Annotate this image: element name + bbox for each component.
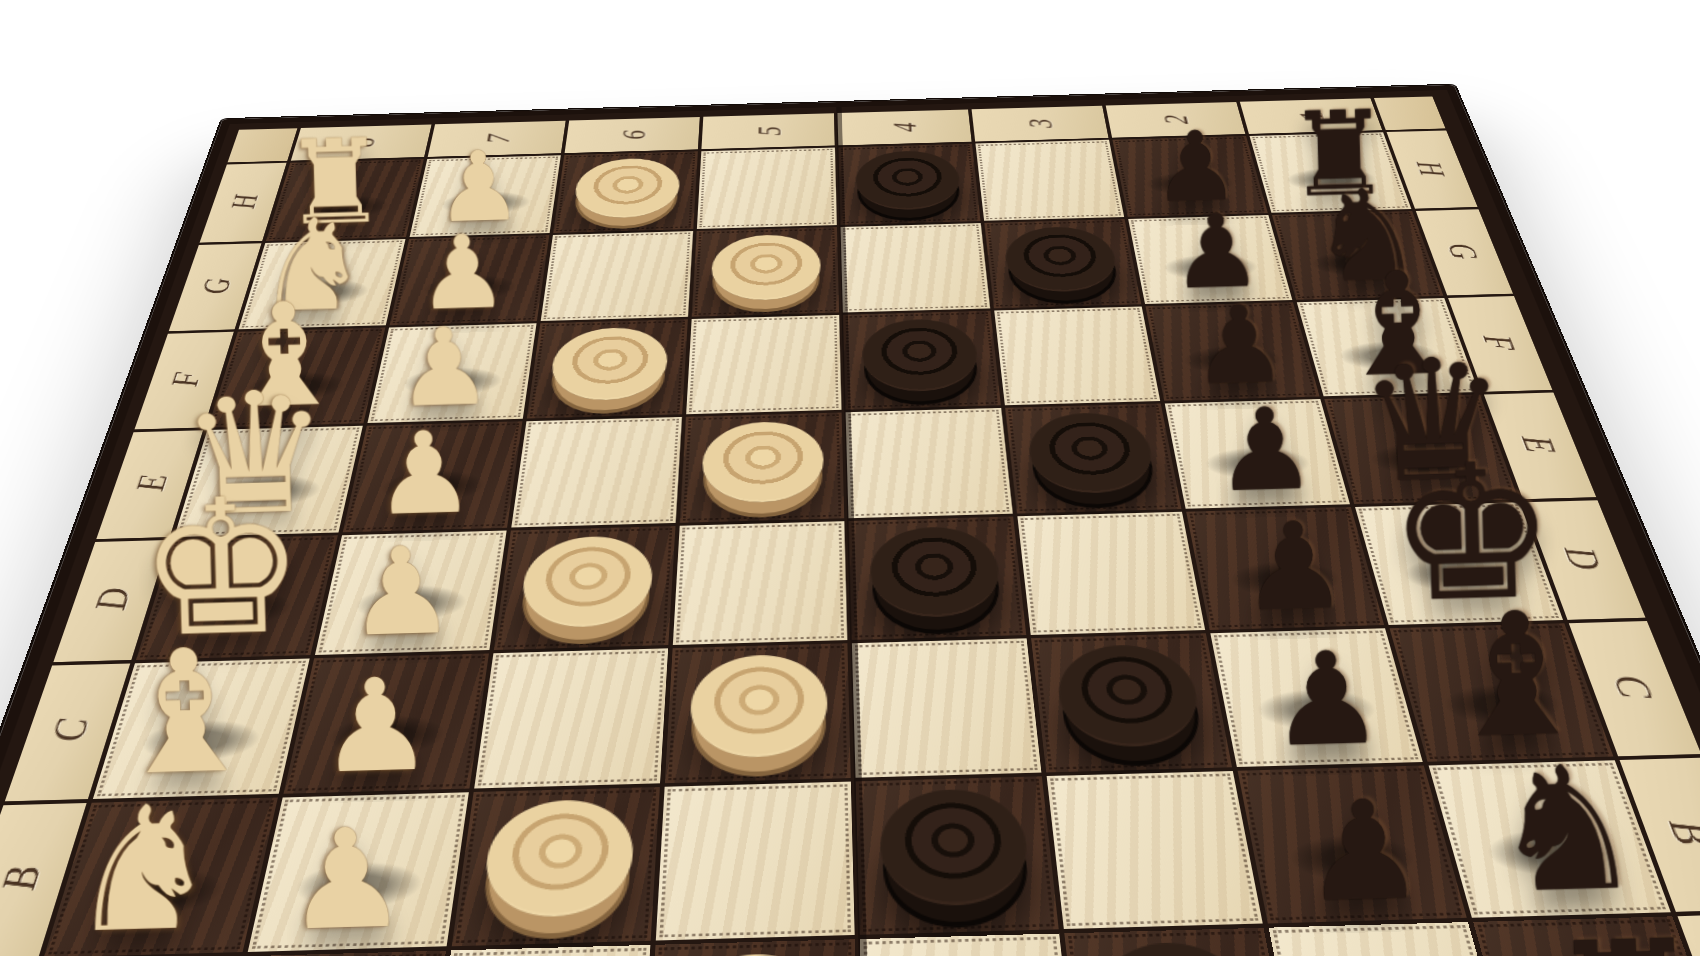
black-rook[interactable]: ♜	[1544, 923, 1700, 956]
dark-checker[interactable]	[1002, 226, 1121, 293]
square-d5[interactable]	[673, 521, 847, 645]
square-c3[interactable]	[1031, 633, 1232, 772]
light-checker[interactable]	[673, 952, 833, 956]
label-left-row-H-text: H	[222, 194, 267, 210]
board-perspective-wrapper: 87654321H♜♟♟♜HG♞♟♟♞GF♝♟♟♝FE♛♟♟♛ED♚♟♟♚DC♝…	[47, 0, 1652, 956]
label-top-rank-6-text: 6	[613, 130, 653, 140]
light-checker[interactable]	[518, 535, 655, 629]
dark-checker[interactable]	[1090, 941, 1267, 956]
white-pawn[interactable]: ♟	[395, 318, 494, 419]
black-pawn[interactable]: ♟	[1239, 511, 1350, 624]
label-top-rank-7-text: 7	[477, 133, 517, 143]
label-right-row-G-text: G	[1439, 243, 1487, 260]
black-pawn[interactable]: ♟	[1213, 397, 1317, 504]
square-c7[interactable]: ♟	[284, 653, 489, 793]
label-right-row-C-text: C	[1602, 674, 1664, 698]
label-left-row-G-text: G	[192, 278, 239, 295]
square-h3[interactable]	[975, 140, 1124, 221]
dark-checker[interactable]	[855, 150, 963, 211]
square-d7[interactable]: ♟	[315, 531, 507, 655]
square-f6[interactable]	[527, 319, 688, 418]
square-e5[interactable]	[680, 412, 844, 522]
square-d4[interactable]	[849, 516, 1027, 640]
square-e4[interactable]	[846, 408, 1013, 518]
white-pawn[interactable]: ♟	[283, 816, 409, 945]
black-pawn[interactable]: ♟	[1190, 296, 1289, 397]
square-c6[interactable]	[474, 648, 668, 788]
square-e3[interactable]	[1005, 403, 1181, 513]
label-top-rank-5-text: 5	[749, 126, 788, 136]
square-e7[interactable]: ♟	[343, 421, 523, 532]
white-knight[interactable]: ♞	[64, 790, 222, 952]
label-right-row-H-text: H	[1408, 161, 1454, 176]
light-checker[interactable]	[548, 326, 670, 401]
label-top-rank-1-text: 1	[1290, 111, 1332, 121]
square-f3[interactable]	[994, 306, 1160, 405]
white-pawn[interactable]: ♟	[346, 536, 457, 649]
label-top-rank-4-text: 4	[884, 122, 923, 132]
white-pawn[interactable]: ♟	[317, 667, 435, 788]
label-top-rank-6: 6	[565, 117, 700, 153]
square-a1[interactable]: ♜	[1473, 916, 1700, 956]
light-checker[interactable]	[701, 420, 825, 503]
label-left-row-D-text: D	[84, 588, 141, 612]
square-d3[interactable]	[1017, 512, 1205, 635]
dark-checker[interactable]	[861, 318, 980, 393]
dark-checker[interactable]	[869, 525, 1003, 618]
square-b8[interactable]: ♞	[44, 798, 278, 956]
white-pawn[interactable]: ♟	[372, 421, 476, 528]
square-b5[interactable]	[656, 782, 855, 941]
light-checker[interactable]	[572, 157, 681, 219]
square-d6[interactable]	[494, 526, 676, 650]
black-pawn[interactable]: ♟	[1268, 640, 1386, 761]
square-d2[interactable]: ♟	[1186, 507, 1384, 630]
dark-checker[interactable]	[1053, 643, 1205, 748]
light-checker[interactable]	[710, 234, 821, 302]
square-b7[interactable]: ♟	[248, 792, 469, 952]
label-left-row-F-text: F	[161, 371, 210, 387]
chess-checkers-board: 87654321H♜♟♟♜HG♞♟♟♞GF♝♟♟♝FE♛♟♟♛ED♚♟♟♚DC♝…	[0, 85, 1700, 956]
square-g6[interactable]	[541, 231, 693, 321]
square-g3[interactable]	[984, 219, 1141, 308]
square-b1[interactable]: ♞	[1429, 760, 1671, 917]
square-h5[interactable]	[697, 147, 837, 228]
dark-checker[interactable]	[1025, 412, 1158, 495]
square-b4[interactable]	[856, 776, 1059, 935]
dark-checker[interactable]	[879, 788, 1032, 908]
square-g5[interactable]	[692, 227, 839, 317]
square-f4[interactable]	[843, 311, 1001, 410]
square-e6[interactable]	[511, 417, 682, 528]
square-b2[interactable]: ♟	[1238, 766, 1467, 924]
product-photo-stage: 87654321H♜♟♟♜HG♞♟♟♞GF♝♟♟♝FE♛♟♟♛ED♚♟♟♚DC♝…	[0, 0, 1700, 956]
square-g4[interactable]	[841, 223, 991, 312]
square-h6[interactable]	[553, 151, 698, 233]
black-pawn[interactable]: ♟	[1301, 787, 1427, 916]
square-c4[interactable]	[852, 638, 1042, 777]
label-right-row-D-text: D	[1554, 547, 1612, 570]
square-c5[interactable]	[665, 643, 851, 783]
square-a5[interactable]	[645, 939, 859, 956]
square-a6[interactable]	[426, 945, 650, 956]
square-f5[interactable]	[686, 315, 841, 414]
square-a3[interactable]	[1064, 928, 1298, 956]
label-left-row-C-text: C	[39, 718, 100, 743]
square-c2[interactable]: ♟	[1210, 628, 1422, 767]
label-top-rank-3-text: 3	[1019, 118, 1059, 128]
square-b3[interactable]	[1047, 771, 1263, 929]
square-a4[interactable]	[860, 933, 1079, 956]
label-top-rank-2-text: 2	[1154, 115, 1195, 125]
light-checker[interactable]	[479, 798, 636, 918]
square-e2[interactable]: ♟	[1165, 399, 1350, 509]
label-right-row-B-text: B	[1657, 820, 1700, 846]
label-top-rank-3: 3	[972, 106, 1109, 142]
light-checker[interactable]	[688, 654, 828, 759]
square-h4[interactable]	[838, 144, 980, 225]
black-knight[interactable]: ♞	[1488, 750, 1646, 912]
label-top-rank-4: 4	[837, 109, 971, 145]
label-right-row-F-text: F	[1474, 335, 1524, 351]
label-left-row-B-text: B	[0, 866, 52, 892]
board-3d-tilt: 87654321H♜♟♟♜HG♞♟♟♞GF♝♟♟♝FE♛♟♟♛ED♚♟♟♚DC♝…	[0, 85, 1700, 956]
square-b6[interactable]	[452, 787, 660, 946]
label-top-rank-8-text: 8	[341, 137, 382, 148]
label-top-rank-5: 5	[701, 113, 834, 149]
